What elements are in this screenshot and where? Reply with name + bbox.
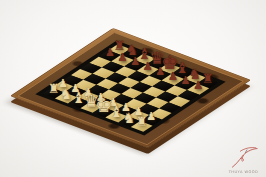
product-photo: ♜♞♝♛♚♝♞♜♟♟♟♟♟♟♟♟♟♟♟♟♟♟♟♟♜♞♝♛♚♝♞♜ THUYA W…	[0, 0, 266, 177]
chess-board	[10, 28, 251, 148]
brand-signature-icon	[228, 145, 258, 168]
brand-watermark: THUYA WOOD	[223, 145, 263, 174]
brand-name: THUYA WOOD	[228, 169, 258, 174]
